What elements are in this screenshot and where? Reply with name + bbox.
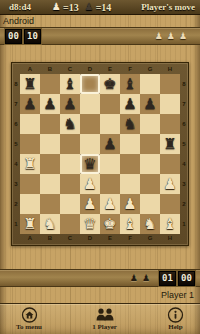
file-label: C (60, 65, 80, 74)
square-g7[interactable]: ♟ (140, 94, 160, 114)
square-d6[interactable] (80, 114, 100, 134)
square-a3[interactable] (20, 174, 40, 194)
square-e6[interactable] (100, 114, 120, 134)
piece-black-bishop: ♝ (120, 74, 140, 94)
info-icon (167, 307, 184, 323)
square-a4[interactable]: ♜ (20, 154, 40, 174)
file-label: B (40, 234, 60, 243)
square-c6[interactable]: ♞ (60, 114, 80, 134)
square-h7[interactable] (160, 94, 180, 114)
piece-black-king: ♚ (100, 74, 120, 94)
piece-black-pawn: ♟ (120, 94, 140, 114)
piece-black-knight: ♞ (120, 114, 140, 134)
file-label: H (160, 65, 180, 74)
piece-white-bishop: ♝ (120, 214, 140, 234)
white-count-label: =13 (63, 2, 79, 13)
players-icon (94, 307, 116, 323)
piece-white-pawn: ♟ (80, 194, 100, 214)
rank-label: 2 (180, 194, 188, 214)
to-menu-label: To menu (16, 324, 42, 331)
square-a1[interactable]: ♜ (20, 214, 40, 234)
square-c2[interactable] (60, 194, 80, 214)
square-e1[interactable]: ♚ (100, 214, 120, 234)
top-captured-tray: ♟♟♟ (155, 32, 187, 41)
square-h4[interactable] (160, 154, 180, 174)
square-b6[interactable] (40, 114, 60, 134)
piece-white-pawn: ♟ (160, 174, 180, 194)
black-pawn-icon: ♟ (85, 2, 94, 12)
board: ♜♝♚♝♟♟♟♟♟♞♞♟♜♜♛♟♟♟♟♟♜♞♛♚♝♞♝ (20, 74, 180, 234)
file-label: A (20, 234, 40, 243)
clock-digit-box: 01 (159, 271, 176, 286)
file-label: H (160, 234, 180, 243)
square-g2[interactable] (140, 194, 160, 214)
piece-black-pawn: ♟ (100, 134, 120, 154)
square-e2[interactable]: ♟ (100, 194, 120, 214)
last-move-label: d8:d4 (9, 2, 31, 12)
square-b5[interactable] (40, 134, 60, 154)
file-labels-top: ABCDEFGH (20, 65, 180, 74)
rank-label: 8 (12, 74, 20, 94)
bottom-toolbar: To menu 1 Player Help (0, 303, 200, 334)
square-e4[interactable] (100, 154, 120, 174)
square-g6[interactable] (140, 114, 160, 134)
board-area: ABCDEFGH 87654321 ♜♝♚♝♟♟♟♟♟♞♞♟♜♜♛♟♟♟♟♟♜♞… (0, 62, 200, 246)
clock-digit-box: 00 (178, 271, 195, 286)
rank-label: 3 (180, 174, 188, 194)
piece-black-rook: ♜ (20, 74, 40, 94)
top-status-bar: d8:d4 ♟ =13 ♟ =14 Player's move (0, 0, 200, 15)
file-label: C (60, 234, 80, 243)
square-g8[interactable] (140, 74, 160, 94)
piece-white-pawn: ♟ (120, 194, 140, 214)
file-label: F (120, 234, 140, 243)
clock-digit-box: 00 (5, 29, 22, 44)
square-b7[interactable]: ♟ (40, 94, 60, 114)
file-label: B (40, 65, 60, 74)
square-e5[interactable]: ♟ (100, 134, 120, 154)
file-label: G (140, 234, 160, 243)
square-b3[interactable] (40, 174, 60, 194)
app-screen: d8:d4 ♟ =13 ♟ =14 Player's move Android … (0, 0, 200, 334)
square-f3[interactable] (120, 174, 140, 194)
help-label: Help (168, 324, 182, 331)
square-e3[interactable] (100, 174, 120, 194)
piece-black-pawn: ♟ (140, 94, 160, 114)
file-label: G (140, 65, 160, 74)
square-f8[interactable]: ♝ (120, 74, 140, 94)
rank-label: 6 (12, 114, 20, 134)
square-c5[interactable] (60, 134, 80, 154)
piece-white-king: ♚ (100, 214, 120, 234)
square-f6[interactable]: ♞ (120, 114, 140, 134)
square-b2[interactable] (40, 194, 60, 214)
square-c8[interactable]: ♝ (60, 74, 80, 94)
square-h2[interactable] (160, 194, 180, 214)
player-name: Player 1 (0, 287, 200, 301)
home-icon (21, 307, 38, 323)
square-c7[interactable]: ♟ (60, 94, 80, 114)
piece-black-knight: ♞ (60, 114, 80, 134)
file-label: E (100, 65, 120, 74)
square-c4[interactable] (60, 154, 80, 174)
captured-white-pawn-icon: ♟ (155, 32, 163, 41)
square-h8[interactable] (160, 74, 180, 94)
top-clock: 0010 (5, 29, 41, 44)
opponent-name: Android (0, 15, 200, 27)
square-b1[interactable]: ♞ (40, 214, 60, 234)
rank-label: 7 (180, 94, 188, 114)
opponent-clock-band: 0010 ♟♟♟ (0, 27, 200, 45)
square-f2[interactable]: ♟ (120, 194, 140, 214)
piece-white-knight: ♞ (140, 214, 160, 234)
captured-white-pawn-icon: ♟ (167, 32, 175, 41)
rank-labels-right: 87654321 (180, 74, 188, 234)
square-a2[interactable] (20, 194, 40, 214)
file-label: D (80, 234, 100, 243)
black-count-label: =14 (96, 2, 112, 13)
rank-label: 6 (180, 114, 188, 134)
piece-black-pawn: ♟ (20, 94, 40, 114)
square-g5[interactable] (140, 134, 160, 154)
square-g1[interactable]: ♞ (140, 214, 160, 234)
piece-black-rook: ♜ (160, 134, 180, 154)
square-a7[interactable]: ♟ (20, 94, 40, 114)
file-label: A (20, 65, 40, 74)
player-clock-band: ♟♟ 0100 (0, 269, 200, 287)
square-b8[interactable] (40, 74, 60, 94)
piece-white-queen: ♛ (80, 214, 100, 234)
square-d3[interactable]: ♟ (80, 174, 100, 194)
square-h6[interactable] (160, 114, 180, 134)
turn-status-label: Player's move (141, 2, 195, 12)
square-a8[interactable]: ♜ (20, 74, 40, 94)
captured-black-pawn-icon: ♟ (142, 274, 150, 283)
bottom-captured-tray: ♟♟ (130, 274, 150, 283)
bottom-clock: 0100 (159, 271, 195, 286)
square-h5[interactable]: ♜ (160, 134, 180, 154)
file-label: D (80, 65, 100, 74)
piece-white-pawn: ♟ (80, 174, 100, 194)
piece-white-pawn: ♟ (100, 194, 120, 214)
square-f5[interactable] (120, 134, 140, 154)
square-g4[interactable] (140, 154, 160, 174)
captured-white-pawn-icon: ♟ (179, 32, 187, 41)
square-h3[interactable]: ♟ (160, 174, 180, 194)
square-g3[interactable] (140, 174, 160, 194)
piece-white-rook: ♜ (20, 214, 40, 234)
square-b4[interactable] (40, 154, 60, 174)
file-label: E (100, 234, 120, 243)
square-d7[interactable] (80, 94, 100, 114)
rank-label: 3 (12, 174, 20, 194)
piece-black-pawn: ♟ (40, 94, 60, 114)
rank-label: 2 (12, 194, 20, 214)
square-e7[interactable] (100, 94, 120, 114)
square-h1[interactable]: ♝ (160, 214, 180, 234)
to-menu-button[interactable]: To menu (16, 307, 42, 331)
captured-black-pawn-icon: ♟ (130, 274, 138, 283)
square-c3[interactable] (60, 174, 80, 194)
white-pawn-icon: ♟ (52, 2, 61, 12)
rank-label: 1 (12, 214, 20, 234)
square-f7[interactable]: ♟ (120, 94, 140, 114)
help-button[interactable]: Help (167, 307, 184, 331)
board-frame: ABCDEFGH 87654321 ♜♝♚♝♟♟♟♟♟♞♞♟♜♜♛♟♟♟♟♟♜♞… (11, 62, 189, 246)
piece-white-rook: ♜ (20, 154, 40, 174)
square-f4[interactable] (120, 154, 140, 174)
rank-label: 4 (180, 154, 188, 174)
file-labels-bottom: ABCDEFGH (20, 234, 180, 243)
rank-label: 1 (180, 214, 188, 234)
piece-white-bishop: ♝ (160, 214, 180, 234)
rank-label: 5 (180, 134, 188, 154)
square-a5[interactable] (20, 134, 40, 154)
square-d8[interactable] (80, 74, 100, 94)
square-e8[interactable]: ♚ (100, 74, 120, 94)
square-d2[interactable]: ♟ (80, 194, 100, 214)
rank-labels-left: 87654321 (12, 74, 20, 234)
piece-black-queen: ♛ (80, 154, 100, 174)
rank-label: 4 (12, 154, 20, 174)
square-d1[interactable]: ♛ (80, 214, 100, 234)
piece-black-pawn: ♟ (60, 94, 80, 114)
square-c1[interactable] (60, 214, 80, 234)
piece-counts: ♟ =13 ♟ =14 (47, 2, 111, 13)
square-f1[interactable]: ♝ (120, 214, 140, 234)
square-d4[interactable]: ♛ (80, 154, 100, 174)
square-a6[interactable] (20, 114, 40, 134)
one-player-label: 1 Player (92, 324, 117, 331)
one-player-button[interactable]: 1 Player (92, 307, 117, 331)
clock-digit-box: 10 (24, 29, 41, 44)
piece-white-knight: ♞ (40, 214, 60, 234)
file-label: F (120, 65, 140, 74)
rank-label: 8 (180, 74, 188, 94)
square-d5[interactable] (80, 134, 100, 154)
piece-black-bishop: ♝ (60, 74, 80, 94)
rank-label: 7 (12, 94, 20, 114)
rank-label: 5 (12, 134, 20, 154)
